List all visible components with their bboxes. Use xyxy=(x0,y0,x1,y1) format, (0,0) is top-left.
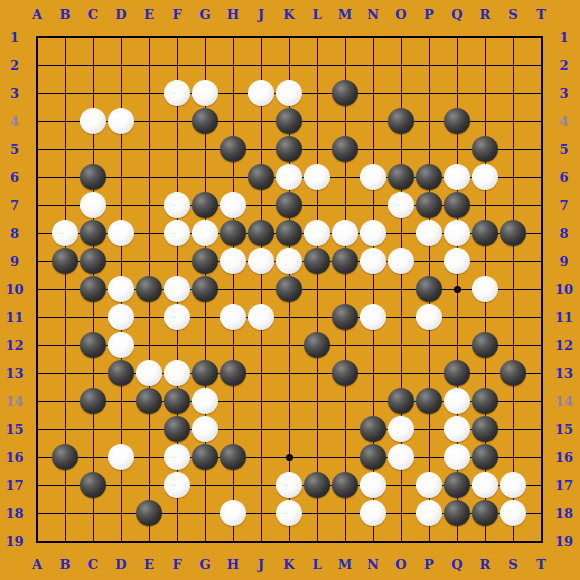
intersection-b18[interactable] xyxy=(51,499,79,527)
intersection-p3[interactable] xyxy=(415,79,443,107)
intersection-s8[interactable] xyxy=(499,219,527,247)
intersection-n15[interactable] xyxy=(359,415,387,443)
intersection-r10[interactable] xyxy=(471,275,499,303)
intersection-j5[interactable] xyxy=(247,135,275,163)
intersection-e4[interactable] xyxy=(135,107,163,135)
intersection-n5[interactable] xyxy=(359,135,387,163)
intersection-b5[interactable] xyxy=(51,135,79,163)
intersection-k1[interactable] xyxy=(275,23,303,51)
intersection-l3[interactable] xyxy=(303,79,331,107)
intersection-e14[interactable] xyxy=(135,387,163,415)
intersection-t4[interactable] xyxy=(527,107,555,135)
intersection-d9[interactable] xyxy=(107,247,135,275)
intersection-c5[interactable] xyxy=(79,135,107,163)
intersection-k9[interactable] xyxy=(275,247,303,275)
intersection-e12[interactable] xyxy=(135,331,163,359)
intersection-f3[interactable] xyxy=(163,79,191,107)
intersection-q18[interactable] xyxy=(443,499,471,527)
intersection-a14[interactable] xyxy=(23,387,51,415)
intersection-p19[interactable] xyxy=(415,527,443,555)
intersection-n7[interactable] xyxy=(359,191,387,219)
intersection-a7[interactable] xyxy=(23,191,51,219)
intersection-k2[interactable] xyxy=(275,51,303,79)
intersection-q1[interactable] xyxy=(443,23,471,51)
intersection-m14[interactable] xyxy=(331,387,359,415)
intersection-d14[interactable] xyxy=(107,387,135,415)
intersection-k18[interactable] xyxy=(275,499,303,527)
intersection-b19[interactable] xyxy=(51,527,79,555)
intersection-b15[interactable] xyxy=(51,415,79,443)
intersection-h9[interactable] xyxy=(219,247,247,275)
intersection-c17[interactable] xyxy=(79,471,107,499)
intersection-t13[interactable] xyxy=(527,359,555,387)
intersection-c18[interactable] xyxy=(79,499,107,527)
intersection-q14[interactable] xyxy=(443,387,471,415)
intersection-e9[interactable] xyxy=(135,247,163,275)
intersection-g6[interactable] xyxy=(191,163,219,191)
intersection-p10[interactable] xyxy=(415,275,443,303)
intersection-o4[interactable] xyxy=(387,107,415,135)
intersection-g11[interactable] xyxy=(191,303,219,331)
intersection-c13[interactable] xyxy=(79,359,107,387)
intersection-t10[interactable] xyxy=(527,275,555,303)
intersection-g16[interactable] xyxy=(191,443,219,471)
intersection-h16[interactable] xyxy=(219,443,247,471)
intersection-m5[interactable] xyxy=(331,135,359,163)
intersection-c3[interactable] xyxy=(79,79,107,107)
intersection-k5[interactable] xyxy=(275,135,303,163)
intersection-h10[interactable] xyxy=(219,275,247,303)
intersection-e17[interactable] xyxy=(135,471,163,499)
intersection-s16[interactable] xyxy=(499,443,527,471)
intersection-a6[interactable] xyxy=(23,163,51,191)
intersection-q13[interactable] xyxy=(443,359,471,387)
intersection-j14[interactable] xyxy=(247,387,275,415)
intersection-r15[interactable] xyxy=(471,415,499,443)
intersection-d11[interactable] xyxy=(107,303,135,331)
intersection-p5[interactable] xyxy=(415,135,443,163)
intersection-f14[interactable] xyxy=(163,387,191,415)
intersection-k12[interactable] xyxy=(275,331,303,359)
intersection-r7[interactable] xyxy=(471,191,499,219)
intersection-d1[interactable] xyxy=(107,23,135,51)
intersection-b4[interactable] xyxy=(51,107,79,135)
intersection-t3[interactable] xyxy=(527,79,555,107)
intersection-d16[interactable] xyxy=(107,443,135,471)
intersection-d15[interactable] xyxy=(107,415,135,443)
intersection-j1[interactable] xyxy=(247,23,275,51)
intersection-n13[interactable] xyxy=(359,359,387,387)
intersection-q5[interactable] xyxy=(443,135,471,163)
intersection-j8[interactable] xyxy=(247,219,275,247)
intersection-b3[interactable] xyxy=(51,79,79,107)
intersection-t1[interactable] xyxy=(527,23,555,51)
intersection-o2[interactable] xyxy=(387,51,415,79)
intersection-r5[interactable] xyxy=(471,135,499,163)
intersection-g2[interactable] xyxy=(191,51,219,79)
intersection-q2[interactable] xyxy=(443,51,471,79)
intersection-s12[interactable] xyxy=(499,331,527,359)
intersection-b11[interactable] xyxy=(51,303,79,331)
intersection-q3[interactable] xyxy=(443,79,471,107)
intersection-a13[interactable] xyxy=(23,359,51,387)
intersection-a3[interactable] xyxy=(23,79,51,107)
intersection-g9[interactable] xyxy=(191,247,219,275)
intersection-n10[interactable] xyxy=(359,275,387,303)
intersection-p8[interactable] xyxy=(415,219,443,247)
intersection-f13[interactable] xyxy=(163,359,191,387)
intersection-h14[interactable] xyxy=(219,387,247,415)
intersection-r18[interactable] xyxy=(471,499,499,527)
intersection-e2[interactable] xyxy=(135,51,163,79)
intersection-p18[interactable] xyxy=(415,499,443,527)
intersection-t11[interactable] xyxy=(527,303,555,331)
intersection-h5[interactable] xyxy=(219,135,247,163)
intersection-b10[interactable] xyxy=(51,275,79,303)
intersection-t19[interactable] xyxy=(527,527,555,555)
intersection-o1[interactable] xyxy=(387,23,415,51)
intersection-j7[interactable] xyxy=(247,191,275,219)
intersection-f9[interactable] xyxy=(163,247,191,275)
intersection-j2[interactable] xyxy=(247,51,275,79)
intersection-d3[interactable] xyxy=(107,79,135,107)
intersection-k15[interactable] xyxy=(275,415,303,443)
intersection-l5[interactable] xyxy=(303,135,331,163)
intersection-m8[interactable] xyxy=(331,219,359,247)
intersection-h13[interactable] xyxy=(219,359,247,387)
intersection-t8[interactable] xyxy=(527,219,555,247)
intersection-k19[interactable] xyxy=(275,527,303,555)
intersection-e6[interactable] xyxy=(135,163,163,191)
intersection-r19[interactable] xyxy=(471,527,499,555)
intersection-n17[interactable] xyxy=(359,471,387,499)
intersection-a17[interactable] xyxy=(23,471,51,499)
intersection-n18[interactable] xyxy=(359,499,387,527)
intersection-d6[interactable] xyxy=(107,163,135,191)
intersection-p7[interactable] xyxy=(415,191,443,219)
intersection-m6[interactable] xyxy=(331,163,359,191)
intersection-h2[interactable] xyxy=(219,51,247,79)
intersection-m9[interactable] xyxy=(331,247,359,275)
intersection-a4[interactable] xyxy=(23,107,51,135)
intersection-p12[interactable] xyxy=(415,331,443,359)
intersection-a10[interactable] xyxy=(23,275,51,303)
intersection-k8[interactable] xyxy=(275,219,303,247)
intersection-s10[interactable] xyxy=(499,275,527,303)
intersection-k4[interactable] xyxy=(275,107,303,135)
intersection-q4[interactable] xyxy=(443,107,471,135)
intersection-c6[interactable] xyxy=(79,163,107,191)
intersection-n16[interactable] xyxy=(359,443,387,471)
intersection-c7[interactable] xyxy=(79,191,107,219)
intersection-g19[interactable] xyxy=(191,527,219,555)
intersection-f16[interactable] xyxy=(163,443,191,471)
intersection-j13[interactable] xyxy=(247,359,275,387)
intersection-f5[interactable] xyxy=(163,135,191,163)
intersection-b13[interactable] xyxy=(51,359,79,387)
intersection-q16[interactable] xyxy=(443,443,471,471)
intersection-d7[interactable] xyxy=(107,191,135,219)
intersection-s7[interactable] xyxy=(499,191,527,219)
intersection-k17[interactable] xyxy=(275,471,303,499)
intersection-j18[interactable] xyxy=(247,499,275,527)
intersection-d12[interactable] xyxy=(107,331,135,359)
intersection-k14[interactable] xyxy=(275,387,303,415)
intersection-d10[interactable] xyxy=(107,275,135,303)
intersection-t5[interactable] xyxy=(527,135,555,163)
intersection-d8[interactable] xyxy=(107,219,135,247)
intersection-g10[interactable] xyxy=(191,275,219,303)
intersection-h18[interactable] xyxy=(219,499,247,527)
intersection-d19[interactable] xyxy=(107,527,135,555)
intersection-h4[interactable] xyxy=(219,107,247,135)
intersection-k13[interactable] xyxy=(275,359,303,387)
intersection-d4[interactable] xyxy=(107,107,135,135)
intersection-r16[interactable] xyxy=(471,443,499,471)
intersection-r14[interactable] xyxy=(471,387,499,415)
intersection-j4[interactable] xyxy=(247,107,275,135)
intersection-l1[interactable] xyxy=(303,23,331,51)
intersection-a18[interactable] xyxy=(23,499,51,527)
intersection-f15[interactable] xyxy=(163,415,191,443)
intersection-j16[interactable] xyxy=(247,443,275,471)
intersection-q17[interactable] xyxy=(443,471,471,499)
intersection-m4[interactable] xyxy=(331,107,359,135)
intersection-h3[interactable] xyxy=(219,79,247,107)
intersection-m15[interactable] xyxy=(331,415,359,443)
intersection-n8[interactable] xyxy=(359,219,387,247)
intersection-n11[interactable] xyxy=(359,303,387,331)
intersection-d2[interactable] xyxy=(107,51,135,79)
intersection-g1[interactable] xyxy=(191,23,219,51)
intersection-s14[interactable] xyxy=(499,387,527,415)
intersection-f18[interactable] xyxy=(163,499,191,527)
intersection-f6[interactable] xyxy=(163,163,191,191)
intersection-r13[interactable] xyxy=(471,359,499,387)
intersection-e18[interactable] xyxy=(135,499,163,527)
intersection-n9[interactable] xyxy=(359,247,387,275)
intersection-b7[interactable] xyxy=(51,191,79,219)
intersection-l10[interactable] xyxy=(303,275,331,303)
intersection-b1[interactable] xyxy=(51,23,79,51)
intersection-j11[interactable] xyxy=(247,303,275,331)
intersection-h6[interactable] xyxy=(219,163,247,191)
intersection-f4[interactable] xyxy=(163,107,191,135)
intersection-s13[interactable] xyxy=(499,359,527,387)
intersection-h11[interactable] xyxy=(219,303,247,331)
intersection-l2[interactable] xyxy=(303,51,331,79)
intersection-t17[interactable] xyxy=(527,471,555,499)
intersection-m16[interactable] xyxy=(331,443,359,471)
intersection-s15[interactable] xyxy=(499,415,527,443)
intersection-j9[interactable] xyxy=(247,247,275,275)
intersection-h8[interactable] xyxy=(219,219,247,247)
intersection-e1[interactable] xyxy=(135,23,163,51)
intersection-b16[interactable] xyxy=(51,443,79,471)
intersection-a15[interactable] xyxy=(23,415,51,443)
intersection-o14[interactable] xyxy=(387,387,415,415)
intersection-k7[interactable] xyxy=(275,191,303,219)
intersection-j3[interactable] xyxy=(247,79,275,107)
intersection-t16[interactable] xyxy=(527,443,555,471)
intersection-p4[interactable] xyxy=(415,107,443,135)
intersection-o16[interactable] xyxy=(387,443,415,471)
intersection-r12[interactable] xyxy=(471,331,499,359)
intersection-b14[interactable] xyxy=(51,387,79,415)
intersection-j15[interactable] xyxy=(247,415,275,443)
intersection-o15[interactable] xyxy=(387,415,415,443)
intersection-r17[interactable] xyxy=(471,471,499,499)
intersection-c19[interactable] xyxy=(79,527,107,555)
intersection-o6[interactable] xyxy=(387,163,415,191)
intersection-q8[interactable] xyxy=(443,219,471,247)
intersection-m10[interactable] xyxy=(331,275,359,303)
intersection-a2[interactable] xyxy=(23,51,51,79)
intersection-c12[interactable] xyxy=(79,331,107,359)
intersection-m11[interactable] xyxy=(331,303,359,331)
intersection-t18[interactable] xyxy=(527,499,555,527)
intersection-m2[interactable] xyxy=(331,51,359,79)
intersection-e15[interactable] xyxy=(135,415,163,443)
intersection-q9[interactable] xyxy=(443,247,471,275)
intersection-l4[interactable] xyxy=(303,107,331,135)
intersection-o17[interactable] xyxy=(387,471,415,499)
intersection-o3[interactable] xyxy=(387,79,415,107)
intersection-l7[interactable] xyxy=(303,191,331,219)
intersection-l15[interactable] xyxy=(303,415,331,443)
intersection-p16[interactable] xyxy=(415,443,443,471)
intersection-c9[interactable] xyxy=(79,247,107,275)
intersection-f7[interactable] xyxy=(163,191,191,219)
intersection-j12[interactable] xyxy=(247,331,275,359)
intersection-e13[interactable] xyxy=(135,359,163,387)
intersection-h7[interactable] xyxy=(219,191,247,219)
intersection-m17[interactable] xyxy=(331,471,359,499)
intersection-j6[interactable] xyxy=(247,163,275,191)
intersection-l9[interactable] xyxy=(303,247,331,275)
intersection-f10[interactable] xyxy=(163,275,191,303)
intersection-s2[interactable] xyxy=(499,51,527,79)
intersection-q15[interactable] xyxy=(443,415,471,443)
intersection-p13[interactable] xyxy=(415,359,443,387)
intersection-g3[interactable] xyxy=(191,79,219,107)
intersection-o19[interactable] xyxy=(387,527,415,555)
intersection-f8[interactable] xyxy=(163,219,191,247)
intersection-n12[interactable] xyxy=(359,331,387,359)
intersection-b12[interactable] xyxy=(51,331,79,359)
intersection-p2[interactable] xyxy=(415,51,443,79)
intersection-t2[interactable] xyxy=(527,51,555,79)
intersection-q10[interactable] xyxy=(443,275,471,303)
intersection-f1[interactable] xyxy=(163,23,191,51)
intersection-n3[interactable] xyxy=(359,79,387,107)
intersection-m3[interactable] xyxy=(331,79,359,107)
intersection-s19[interactable] xyxy=(499,527,527,555)
intersection-m1[interactable] xyxy=(331,23,359,51)
intersection-l8[interactable] xyxy=(303,219,331,247)
intersection-g5[interactable] xyxy=(191,135,219,163)
intersection-c4[interactable] xyxy=(79,107,107,135)
intersection-k10[interactable] xyxy=(275,275,303,303)
intersection-r11[interactable] xyxy=(471,303,499,331)
intersection-m18[interactable] xyxy=(331,499,359,527)
intersection-o13[interactable] xyxy=(387,359,415,387)
intersection-s1[interactable] xyxy=(499,23,527,51)
intersection-q6[interactable] xyxy=(443,163,471,191)
intersection-n19[interactable] xyxy=(359,527,387,555)
intersection-a5[interactable] xyxy=(23,135,51,163)
intersection-g18[interactable] xyxy=(191,499,219,527)
intersection-a9[interactable] xyxy=(23,247,51,275)
intersection-e19[interactable] xyxy=(135,527,163,555)
intersection-q11[interactable] xyxy=(443,303,471,331)
intersection-m7[interactable] xyxy=(331,191,359,219)
intersection-e8[interactable] xyxy=(135,219,163,247)
intersection-r9[interactable] xyxy=(471,247,499,275)
intersection-r8[interactable] xyxy=(471,219,499,247)
intersection-q19[interactable] xyxy=(443,527,471,555)
intersection-o5[interactable] xyxy=(387,135,415,163)
intersection-m13[interactable] xyxy=(331,359,359,387)
intersection-s5[interactable] xyxy=(499,135,527,163)
intersection-c11[interactable] xyxy=(79,303,107,331)
intersection-m12[interactable] xyxy=(331,331,359,359)
intersection-b6[interactable] xyxy=(51,163,79,191)
intersection-t6[interactable] xyxy=(527,163,555,191)
intersection-g4[interactable] xyxy=(191,107,219,135)
intersection-t12[interactable] xyxy=(527,331,555,359)
intersection-g13[interactable] xyxy=(191,359,219,387)
intersection-e7[interactable] xyxy=(135,191,163,219)
intersection-l16[interactable] xyxy=(303,443,331,471)
intersection-f19[interactable] xyxy=(163,527,191,555)
intersection-h15[interactable] xyxy=(219,415,247,443)
intersection-s4[interactable] xyxy=(499,107,527,135)
intersection-h17[interactable] xyxy=(219,471,247,499)
intersection-o18[interactable] xyxy=(387,499,415,527)
intersection-n6[interactable] xyxy=(359,163,387,191)
intersection-l13[interactable] xyxy=(303,359,331,387)
intersection-s11[interactable] xyxy=(499,303,527,331)
intersection-a16[interactable] xyxy=(23,443,51,471)
intersection-k11[interactable] xyxy=(275,303,303,331)
intersection-b17[interactable] xyxy=(51,471,79,499)
intersection-g17[interactable] xyxy=(191,471,219,499)
intersection-o11[interactable] xyxy=(387,303,415,331)
intersection-a11[interactable] xyxy=(23,303,51,331)
intersection-l17[interactable] xyxy=(303,471,331,499)
intersection-t7[interactable] xyxy=(527,191,555,219)
intersection-g12[interactable] xyxy=(191,331,219,359)
intersection-q12[interactable] xyxy=(443,331,471,359)
intersection-c8[interactable] xyxy=(79,219,107,247)
intersection-f11[interactable] xyxy=(163,303,191,331)
intersection-n1[interactable] xyxy=(359,23,387,51)
intersection-g14[interactable] xyxy=(191,387,219,415)
intersection-j10[interactable] xyxy=(247,275,275,303)
intersection-e5[interactable] xyxy=(135,135,163,163)
intersection-f12[interactable] xyxy=(163,331,191,359)
intersection-h12[interactable] xyxy=(219,331,247,359)
intersection-b8[interactable] xyxy=(51,219,79,247)
intersection-c10[interactable] xyxy=(79,275,107,303)
intersection-k3[interactable] xyxy=(275,79,303,107)
intersection-j17[interactable] xyxy=(247,471,275,499)
intersection-l11[interactable] xyxy=(303,303,331,331)
intersection-n14[interactable] xyxy=(359,387,387,415)
intersection-g7[interactable] xyxy=(191,191,219,219)
intersection-n4[interactable] xyxy=(359,107,387,135)
